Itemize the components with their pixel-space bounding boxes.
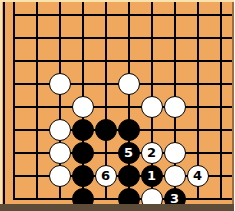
- stone-black: [118, 165, 140, 187]
- stone-white: [49, 142, 71, 164]
- grid-line-horizontal: [13, 106, 235, 108]
- stone-white: [49, 119, 71, 141]
- stone-number-label: 4: [193, 169, 202, 182]
- bevel-highlight-top: [0, 0, 234, 2]
- go-board: 526143: [0, 0, 234, 211]
- stone-white-numbered: 2: [141, 142, 163, 164]
- grid-line-horizontal: [13, 37, 235, 39]
- stone-number-label: 2: [147, 146, 156, 159]
- stone-white-numbered: 4: [187, 165, 209, 187]
- stone-number-label: 1: [147, 169, 156, 182]
- stone-number-label: 6: [101, 169, 110, 182]
- stone-white: [49, 73, 71, 95]
- stone-black-numbered: 1: [141, 165, 163, 187]
- grid-line-vertical: [36, 0, 38, 200]
- bevel-shadow-bottom: [0, 204, 234, 211]
- stone-white-numbered: 6: [95, 165, 117, 187]
- stone-white: [49, 165, 71, 187]
- stone-number-label: 5: [124, 146, 133, 159]
- stone-white: [72, 96, 94, 118]
- stone-black: [72, 119, 94, 141]
- grid-line-vertical: [13, 0, 15, 200]
- go-diagram: 526143: [0, 0, 234, 211]
- stone-black: [95, 119, 117, 141]
- bevel-highlight-left: [0, 0, 2, 204]
- grid-line-horizontal: [13, 14, 235, 16]
- stone-black: [72, 165, 94, 187]
- stone-white: [118, 73, 140, 95]
- grid-line-vertical: [220, 0, 222, 200]
- stone-black: [72, 142, 94, 164]
- stone-black-numbered: 5: [118, 142, 140, 164]
- stone-white: [164, 142, 186, 164]
- stone-white: [141, 96, 163, 118]
- grid-line-horizontal: [13, 60, 235, 62]
- stone-white: [164, 96, 186, 118]
- board-edge-outer-line: [3, 2, 5, 205]
- bevel-shadow-right: [232, 2, 234, 211]
- stone-white: [164, 165, 186, 187]
- stone-black: [118, 119, 140, 141]
